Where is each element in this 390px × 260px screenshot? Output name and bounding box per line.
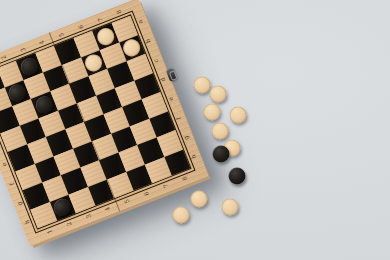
off-board-checker-light[interactable] [204, 104, 221, 121]
off-board-checker-dark[interactable] [213, 146, 230, 163]
off-board-checker-light[interactable] [212, 123, 229, 140]
board-latch-icon [166, 68, 177, 82]
off-board-checker-light[interactable] [173, 207, 190, 224]
board-grid [0, 14, 192, 229]
scene: 12345678 12345678 abcdefgh abcdefgh [0, 0, 390, 260]
off-board-checker-light[interactable] [222, 199, 239, 216]
off-board-checker-light[interactable] [191, 191, 208, 208]
off-board-checker-light[interactable] [194, 77, 211, 94]
off-board-checker-light[interactable] [230, 107, 247, 124]
off-board-checker-light[interactable] [210, 86, 227, 103]
off-board-checker-dark[interactable] [229, 168, 246, 185]
